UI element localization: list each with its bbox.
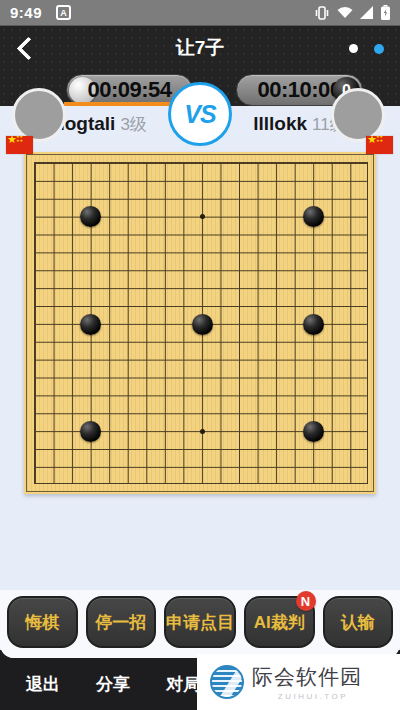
go-board-inner	[26, 154, 374, 492]
content-area: dogtali3级 llllokk11级 悔棋 停一招 申请点目 AI裁判 N …	[0, 106, 400, 658]
black-stone[interactable]	[80, 206, 101, 227]
app-screen: 9:49 A 让7子	[0, 0, 400, 710]
ime-icon: A	[56, 5, 71, 20]
watermark-panel: 际会软件园 ZUIHUI.TOP	[197, 654, 400, 710]
vibrate-icon	[314, 6, 330, 20]
page-title: 让7子	[0, 35, 400, 61]
black-stone[interactable]	[80, 314, 101, 335]
undo-button[interactable]: 悔棋	[7, 596, 78, 648]
left-player-avatar[interactable]	[12, 88, 66, 142]
battery-charging-icon	[381, 5, 390, 20]
black-stone[interactable]	[192, 314, 213, 335]
black-stone[interactable]	[303, 421, 324, 442]
pass-button[interactable]: 停一招	[86, 596, 157, 648]
star-point	[200, 214, 205, 219]
black-stone[interactable]	[303, 314, 324, 335]
black-stone[interactable]	[303, 206, 324, 227]
request-count-button[interactable]: 申请点目	[164, 596, 236, 648]
left-player-flag-china: ★ ★★★★	[6, 136, 33, 154]
go-board-grid[interactable]	[34, 162, 368, 484]
action-button-tray: 悔棋 停一招 申请点目 AI裁判 N 认输	[0, 590, 400, 658]
status-bar: 9:49 A	[0, 0, 400, 26]
ai-referee-button[interactable]: AI裁判 N	[244, 596, 315, 648]
share-button[interactable]: 分享	[96, 673, 130, 696]
globe-logo-icon	[210, 665, 244, 699]
star-point	[200, 429, 205, 434]
wifi-icon	[337, 6, 353, 19]
black-stone[interactable]	[80, 421, 101, 442]
back-button[interactable]	[14, 37, 40, 59]
watermark-name: 际会软件园	[252, 663, 362, 691]
new-badge: N	[296, 591, 316, 611]
right-player-avatar[interactable]	[331, 88, 385, 142]
active-turn-indicator	[64, 102, 172, 106]
cellular-icon	[360, 6, 374, 19]
game-info-button[interactable]: 对局	[166, 673, 200, 696]
watermark-domain: ZUIHUI.TOP	[278, 692, 348, 701]
resign-button[interactable]: 认输	[323, 596, 394, 648]
left-player-rank: 3级	[120, 115, 146, 134]
exit-button[interactable]: 退出	[26, 673, 60, 696]
clock-time: 9:49	[10, 4, 42, 21]
page-dot[interactable]	[349, 44, 358, 53]
right-player-flag-china: ★ ★★★★	[366, 136, 393, 154]
go-board[interactable]	[24, 152, 376, 494]
page-dot-active[interactable]	[374, 44, 384, 54]
page-indicator	[349, 44, 384, 54]
vs-badge: VS	[168, 82, 232, 146]
